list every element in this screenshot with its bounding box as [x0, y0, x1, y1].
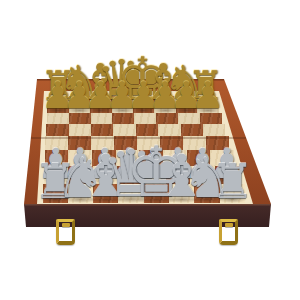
square-b5[interactable]	[69, 124, 91, 137]
latch-clasp-bar	[225, 223, 233, 227]
brass-latch-right	[219, 219, 238, 245]
square-h5[interactable]	[203, 124, 225, 137]
brass-latch-left	[56, 219, 75, 245]
square-a5[interactable]	[46, 124, 68, 137]
square-c5[interactable]	[91, 124, 113, 137]
piece-white-rook[interactable]: ♜	[208, 157, 256, 205]
piece-black-pawn[interactable]: ♟	[190, 78, 227, 115]
chess-set-product-photo: ♜♞♝♛♚♝♞♜♟♟♟♟♟♟♟♟♟♟♟♟♟♟♟♟♜♞♝♛♚♝♞♜	[0, 0, 300, 300]
latch-clasp-bar	[62, 223, 70, 227]
